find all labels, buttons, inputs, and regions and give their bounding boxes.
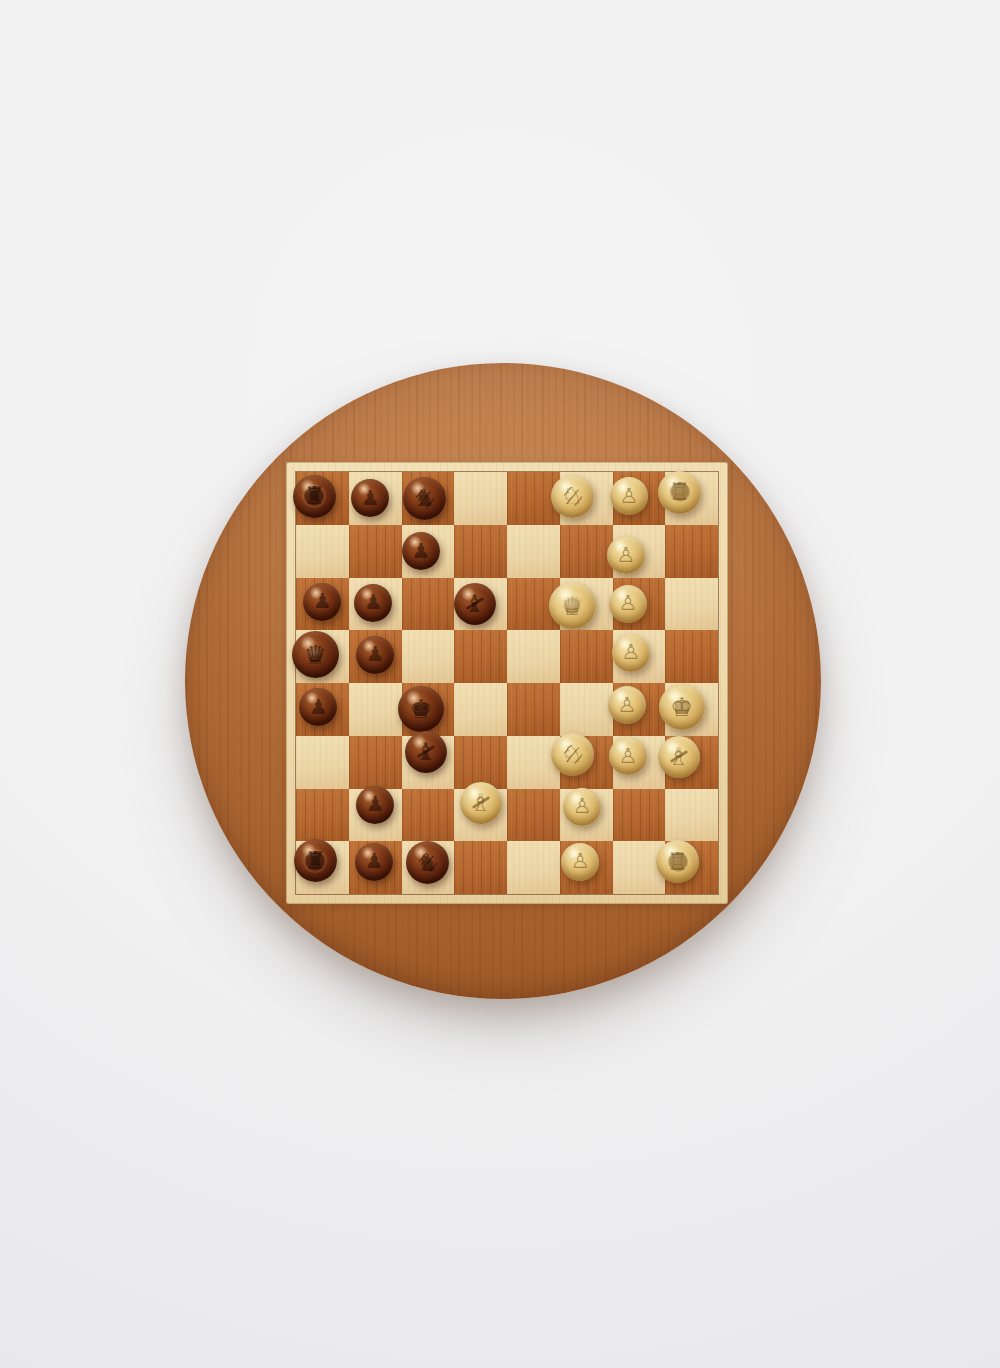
- black-pawn-glyph: ♟: [309, 697, 328, 718]
- piece-white-pawn-g5[interactable]: ♙: [612, 634, 650, 672]
- square-e2[interactable]: [507, 789, 560, 842]
- square-c7[interactable]: ♟: [402, 525, 455, 578]
- square-a7[interactable]: [296, 525, 349, 578]
- square-c5[interactable]: [402, 630, 455, 683]
- white-pawn-glyph: ♙: [621, 642, 640, 663]
- piece-black-king-c4[interactable]: ♚: [398, 686, 444, 732]
- square-h5[interactable]: [665, 630, 718, 683]
- piece-black-bishop-c3[interactable]: ♝: [405, 731, 447, 773]
- square-c3[interactable]: ♝: [402, 736, 455, 789]
- square-g4[interactable]: ♙: [613, 683, 666, 736]
- piece-black-pawn-a4[interactable]: ♟: [299, 688, 337, 726]
- square-c6[interactable]: [402, 578, 455, 631]
- square-h2[interactable]: [665, 789, 718, 842]
- white-bishop-glyph: ♗: [668, 745, 690, 769]
- piece-black-knight-c8[interactable]: ♞: [403, 477, 446, 520]
- black-pawn-glyph: ♟: [361, 488, 380, 509]
- square-d7[interactable]: [454, 525, 507, 578]
- square-a4[interactable]: ♟: [296, 683, 349, 736]
- square-b1[interactable]: ♟: [349, 841, 402, 894]
- white-knight-glyph: ♘: [561, 484, 583, 508]
- white-pawn-glyph: ♙: [571, 851, 590, 872]
- piece-white-queen-f6[interactable]: ♕: [549, 582, 596, 629]
- square-h6[interactable]: [665, 578, 718, 631]
- board: ♜♟♞♘♙♖♟♙♟♟♝♕♙♛♟♙♟♚♙♔♝♘♙♗♟♗♙♜♟♞♙♖: [296, 472, 718, 894]
- white-pawn-glyph: ♙: [618, 593, 637, 614]
- piece-white-rook-h8[interactable]: ♖: [658, 471, 701, 514]
- square-c8[interactable]: ♞: [402, 472, 455, 525]
- square-b8[interactable]: ♟: [349, 472, 402, 525]
- white-pawn-glyph: ♙: [616, 545, 635, 566]
- square-c1[interactable]: ♞: [402, 841, 455, 894]
- square-a3[interactable]: [296, 736, 349, 789]
- piece-black-rook-a1[interactable]: ♜: [294, 839, 337, 882]
- square-c4[interactable]: ♚: [402, 683, 455, 736]
- square-a6[interactable]: ♟: [296, 578, 349, 631]
- square-b5[interactable]: ♟: [349, 630, 402, 683]
- piece-white-pawn-g8[interactable]: ♙: [610, 477, 648, 515]
- piece-white-king-h4[interactable]: ♔: [659, 684, 705, 730]
- square-g2[interactable]: [613, 789, 666, 842]
- piece-white-pawn-g4[interactable]: ♙: [608, 686, 646, 724]
- square-c2[interactable]: [402, 789, 455, 842]
- piece-black-pawn-b1[interactable]: ♟: [355, 843, 393, 881]
- piece-black-knight-c1[interactable]: ♞: [406, 841, 449, 884]
- black-pawn-glyph: ♟: [365, 851, 384, 872]
- piece-black-rook-a8[interactable]: ♜: [293, 475, 336, 518]
- square-f8[interactable]: ♘: [560, 472, 613, 525]
- square-b6[interactable]: ♟: [349, 578, 402, 631]
- white-pawn-glyph: ♙: [619, 486, 638, 507]
- square-a1[interactable]: ♜: [296, 841, 349, 894]
- square-g5[interactable]: ♙: [613, 630, 666, 683]
- black-rook-glyph: ♜: [304, 484, 326, 508]
- square-d2[interactable]: ♗: [454, 789, 507, 842]
- black-knight-glyph: ♞: [417, 851, 439, 875]
- black-pawn-glyph: ♟: [366, 644, 385, 665]
- square-d8[interactable]: [454, 472, 507, 525]
- piece-black-pawn-b6[interactable]: ♟: [354, 584, 392, 622]
- black-queen-glyph: ♛: [304, 642, 327, 668]
- white-rook-glyph: ♖: [667, 850, 689, 874]
- square-a2[interactable]: [296, 789, 349, 842]
- square-e5[interactable]: [507, 630, 560, 683]
- square-e4[interactable]: [507, 683, 560, 736]
- square-g7[interactable]: ♙: [613, 525, 666, 578]
- square-d3[interactable]: [454, 736, 507, 789]
- piece-black-bishop-d6[interactable]: ♝: [454, 583, 496, 625]
- black-pawn-glyph: ♟: [411, 541, 430, 562]
- square-h8[interactable]: ♖: [665, 472, 718, 525]
- piece-white-bishop-h3[interactable]: ♗: [658, 736, 700, 778]
- black-rook-glyph: ♜: [305, 849, 327, 873]
- black-bishop-glyph: ♝: [415, 740, 437, 764]
- square-g3[interactable]: ♙: [613, 736, 666, 789]
- piece-white-knight-f8[interactable]: ♘: [551, 475, 594, 518]
- square-a8[interactable]: ♜: [296, 472, 349, 525]
- square-f4[interactable]: [560, 683, 613, 736]
- square-b4[interactable]: [349, 683, 402, 736]
- white-pawn-glyph: ♙: [573, 796, 592, 817]
- black-pawn-glyph: ♟: [364, 592, 383, 613]
- square-b3[interactable]: [349, 736, 402, 789]
- square-d6[interactable]: ♝: [454, 578, 507, 631]
- square-d4[interactable]: [454, 683, 507, 736]
- square-g6[interactable]: ♙: [613, 578, 666, 631]
- piece-black-pawn-a6[interactable]: ♟: [303, 583, 341, 621]
- white-queen-glyph: ♕: [560, 593, 583, 619]
- square-a5[interactable]: ♛: [296, 630, 349, 683]
- white-rook-glyph: ♖: [669, 480, 691, 504]
- square-b7[interactable]: [349, 525, 402, 578]
- piece-black-pawn-b2[interactable]: ♟: [356, 786, 394, 824]
- square-h1[interactable]: ♖: [665, 841, 718, 894]
- square-h7[interactable]: [665, 525, 718, 578]
- white-pawn-glyph: ♙: [617, 695, 636, 716]
- square-e7[interactable]: [507, 525, 560, 578]
- piece-black-queen-a5[interactable]: ♛: [292, 631, 339, 678]
- square-f2[interactable]: ♙: [560, 789, 613, 842]
- piece-white-pawn-g6[interactable]: ♙: [609, 585, 647, 623]
- black-pawn-glyph: ♟: [313, 591, 332, 612]
- piece-white-pawn-g3[interactable]: ♙: [609, 737, 647, 775]
- white-pawn-glyph: ♙: [618, 746, 637, 767]
- black-king-glyph: ♚: [409, 696, 432, 722]
- square-d5[interactable]: [454, 630, 507, 683]
- black-pawn-glyph: ♟: [366, 794, 385, 815]
- piece-white-pawn-f2[interactable]: ♙: [563, 788, 601, 826]
- white-king-glyph: ♔: [670, 694, 693, 720]
- piece-white-bishop-d2[interactable]: ♗: [460, 782, 502, 824]
- square-f1[interactable]: ♙: [560, 841, 613, 894]
- piece-black-pawn-b5[interactable]: ♟: [356, 636, 394, 674]
- square-g8[interactable]: ♙: [613, 472, 666, 525]
- piece-white-rook-h1[interactable]: ♖: [656, 840, 699, 883]
- square-f6[interactable]: ♕: [560, 578, 613, 631]
- square-f5[interactable]: [560, 630, 613, 683]
- square-d1[interactable]: [454, 841, 507, 894]
- square-h3[interactable]: ♗: [665, 736, 718, 789]
- piece-black-pawn-b8[interactable]: ♟: [351, 479, 389, 517]
- square-f7[interactable]: [560, 525, 613, 578]
- black-knight-glyph: ♞: [414, 486, 436, 510]
- piece-white-pawn-f1[interactable]: ♙: [561, 843, 599, 881]
- black-bishop-glyph: ♝: [464, 592, 486, 616]
- photo-scene: ♜♟♞♘♙♖♟♙♟♟♝♕♙♛♟♙♟♚♙♔♝♘♙♗♟♗♙♜♟♞♙♖: [0, 0, 1000, 1368]
- white-knight-glyph: ♘: [561, 742, 583, 766]
- piece-white-knight-f3[interactable]: ♘: [551, 733, 594, 776]
- square-h4[interactable]: ♔: [665, 683, 718, 736]
- piece-black-pawn-c7[interactable]: ♟: [402, 532, 440, 570]
- square-e1[interactable]: [507, 841, 560, 894]
- square-b2[interactable]: ♟: [349, 789, 402, 842]
- white-bishop-glyph: ♗: [470, 791, 492, 815]
- piece-white-pawn-g7[interactable]: ♙: [607, 536, 645, 574]
- square-f3[interactable]: ♘: [560, 736, 613, 789]
